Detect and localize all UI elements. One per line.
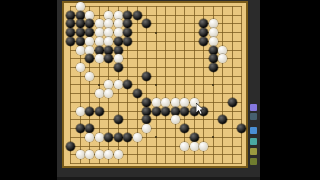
black-stone <box>199 107 208 116</box>
panel-icon-slate[interactable] <box>250 113 257 120</box>
white-stone <box>190 142 199 151</box>
white-stone <box>209 37 218 46</box>
panel-icon-blue[interactable] <box>250 127 257 134</box>
grid-line-vertical <box>165 6 166 164</box>
white-stone <box>95 28 104 37</box>
grid-line-vertical <box>222 6 223 164</box>
black-stone <box>190 133 199 142</box>
go-board[interactable] <box>62 1 248 168</box>
panel-icon-olive[interactable] <box>250 148 257 155</box>
white-stone <box>104 19 113 28</box>
black-stone <box>199 37 208 46</box>
black-stone <box>142 107 151 116</box>
grid-line-vertical <box>241 6 242 164</box>
white-stone <box>76 2 85 11</box>
white-stone <box>85 37 94 46</box>
black-stone <box>114 37 123 46</box>
black-stone <box>199 28 208 37</box>
white-stone <box>199 142 208 151</box>
white-stone <box>142 124 151 133</box>
letterbox-right <box>260 0 320 180</box>
black-stone <box>218 115 227 124</box>
white-stone <box>209 28 218 37</box>
black-stone <box>85 107 94 116</box>
white-stone <box>76 150 85 159</box>
hoshi-dot <box>98 84 100 86</box>
black-stone <box>66 37 75 46</box>
bottom-strip <box>57 177 260 180</box>
white-stone <box>85 46 94 55</box>
black-stone <box>85 19 94 28</box>
black-stone <box>95 107 104 116</box>
grid-line-vertical <box>175 6 176 164</box>
white-stone <box>95 133 104 142</box>
grid-line-horizontal <box>70 146 242 147</box>
black-stone <box>180 124 189 133</box>
black-stone <box>114 115 123 124</box>
black-stone <box>123 133 132 142</box>
grid-line-horizontal <box>70 128 242 129</box>
black-stone <box>209 63 218 72</box>
white-stone <box>180 142 189 151</box>
white-stone <box>114 80 123 89</box>
black-stone <box>209 54 218 63</box>
white-stone <box>190 98 199 107</box>
black-stone <box>133 89 142 98</box>
black-stone <box>66 11 75 20</box>
white-stone <box>114 150 123 159</box>
white-stone <box>114 28 123 37</box>
hoshi-dot <box>155 136 157 138</box>
black-stone <box>171 107 180 116</box>
grid-line-horizontal <box>70 163 242 164</box>
white-stone <box>76 46 85 55</box>
black-stone <box>142 19 151 28</box>
white-stone <box>152 98 161 107</box>
white-stone <box>171 98 180 107</box>
black-stone <box>76 11 85 20</box>
white-stone <box>161 98 170 107</box>
black-stone <box>85 28 94 37</box>
white-stone <box>95 54 104 63</box>
white-stone <box>104 89 113 98</box>
white-stone <box>104 11 113 20</box>
black-stone <box>66 28 75 37</box>
white-stone <box>133 133 142 142</box>
white-stone <box>104 37 113 46</box>
black-stone <box>180 107 189 116</box>
black-stone <box>142 98 151 107</box>
white-stone <box>104 28 113 37</box>
black-stone <box>66 142 75 151</box>
panel-icon-green[interactable] <box>250 158 257 165</box>
black-stone <box>76 37 85 46</box>
hoshi-dot <box>155 32 157 34</box>
black-stone <box>123 11 132 20</box>
white-stone <box>209 19 218 28</box>
black-stone <box>114 46 123 55</box>
black-stone <box>123 28 132 37</box>
black-stone <box>66 19 75 28</box>
white-stone <box>95 19 104 28</box>
black-stone <box>95 46 104 55</box>
grid-line-vertical <box>232 6 233 164</box>
black-stone <box>133 11 142 20</box>
black-stone <box>123 80 132 89</box>
black-stone <box>199 19 208 28</box>
black-stone <box>123 19 132 28</box>
black-stone <box>85 124 94 133</box>
white-stone <box>218 46 227 55</box>
black-stone <box>161 107 170 116</box>
black-stone <box>76 28 85 37</box>
panel-icon-purple[interactable] <box>250 104 257 111</box>
hoshi-dot <box>212 84 214 86</box>
black-stone <box>114 133 123 142</box>
white-stone <box>76 63 85 72</box>
black-stone <box>104 54 113 63</box>
black-stone <box>76 124 85 133</box>
white-stone <box>85 150 94 159</box>
black-stone <box>237 124 246 133</box>
white-stone <box>95 37 104 46</box>
black-stone <box>209 46 218 55</box>
black-stone <box>85 54 94 63</box>
hoshi-dot <box>155 84 157 86</box>
black-stone <box>142 72 151 81</box>
screen <box>0 0 320 180</box>
black-stone <box>104 46 113 55</box>
black-stone <box>190 107 199 116</box>
white-stone <box>218 54 227 63</box>
white-stone <box>95 89 104 98</box>
white-stone <box>104 150 113 159</box>
black-stone <box>114 63 123 72</box>
grid-line-vertical <box>184 6 185 164</box>
black-stone <box>152 107 161 116</box>
white-stone <box>114 11 123 20</box>
white-stone <box>85 133 94 142</box>
white-stone <box>114 54 123 63</box>
black-stone <box>142 115 151 124</box>
white-stone <box>180 98 189 107</box>
black-stone <box>123 37 132 46</box>
letterbox-left <box>0 0 57 180</box>
white-stone <box>85 11 94 20</box>
white-stone <box>104 80 113 89</box>
white-stone <box>76 107 85 116</box>
white-stone <box>171 115 180 124</box>
white-stone <box>95 150 104 159</box>
white-stone <box>85 72 94 81</box>
black-stone <box>228 98 237 107</box>
black-stone <box>76 19 85 28</box>
grid-line-horizontal <box>70 119 242 120</box>
black-stone <box>104 133 113 142</box>
panel-icon-teal[interactable] <box>250 138 257 145</box>
white-stone <box>114 19 123 28</box>
hoshi-dot <box>212 136 214 138</box>
